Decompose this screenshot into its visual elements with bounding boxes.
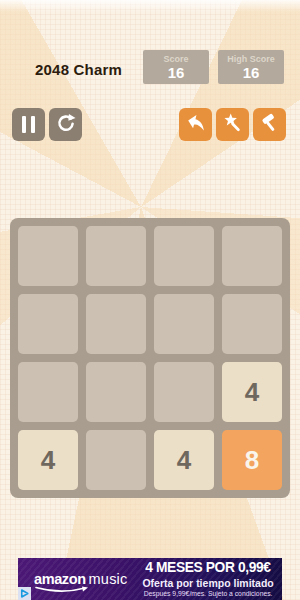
board-cell-empty [86, 294, 146, 354]
ad-banner[interactable]: amazonmusic 4 MESES POR 0,99€ Oferta por… [18, 558, 282, 600]
tile-4: 4 [222, 362, 282, 422]
score-label: Score [163, 54, 188, 65]
board-cell-empty [222, 294, 282, 354]
music-logo-text: music [89, 571, 128, 587]
board-cell-empty [154, 226, 214, 286]
tile-4: 4 [154, 430, 214, 490]
board-cell-empty [154, 294, 214, 354]
undo-button[interactable] [179, 108, 212, 141]
adchoices-badge[interactable] [18, 587, 31, 600]
restart-button[interactable] [49, 108, 82, 141]
board-cell-empty [86, 226, 146, 286]
app-screen: 2048 Charm Score 16 High Score 16 [0, 0, 300, 600]
pause-button[interactable] [12, 108, 45, 141]
board-cell-empty [222, 226, 282, 286]
high-score-value: 16 [243, 65, 260, 81]
board-cell-empty [154, 362, 214, 422]
high-score-box: High Score 16 [218, 50, 284, 84]
score-box: Score 16 [143, 50, 209, 84]
amazon-logo-text: amazon [34, 571, 86, 587]
board-cell-empty [18, 226, 78, 286]
ad-subheadline: Oferta por tiempo limitado [142, 578, 274, 589]
hammer-icon [259, 112, 281, 137]
magic-wand-icon [222, 112, 244, 137]
adchoices-triangle-icon [19, 588, 30, 599]
score-value: 16 [168, 65, 185, 81]
undo-arrow-icon [185, 112, 207, 137]
top-highlight [0, 0, 300, 12]
board-cell-empty [18, 294, 78, 354]
restart-icon [55, 112, 77, 137]
ad-text-block: 4 MESES POR 0,99€ Oferta por tiempo limi… [142, 560, 274, 598]
board-cell-empty [86, 430, 146, 490]
amazon-music-logo: amazonmusic [34, 571, 127, 587]
board-cell-empty [86, 362, 146, 422]
high-score-label: High Score [227, 54, 275, 65]
ad-fineprint: Después 9,99€/mes. Sujeto a condiciones. [142, 591, 274, 598]
hammer-button[interactable] [253, 108, 286, 141]
tile-8: 8 [222, 430, 282, 490]
game-title: 2048 Charm [35, 61, 122, 78]
ad-headline: 4 MESES POR 0,99€ [145, 560, 270, 575]
magic-wand-button[interactable] [216, 108, 249, 141]
board[interactable]: 4448 [10, 218, 290, 498]
amazon-smile-icon [35, 586, 91, 594]
tile-4: 4 [18, 430, 78, 490]
board-cell-empty [18, 362, 78, 422]
pause-icon [22, 116, 35, 133]
